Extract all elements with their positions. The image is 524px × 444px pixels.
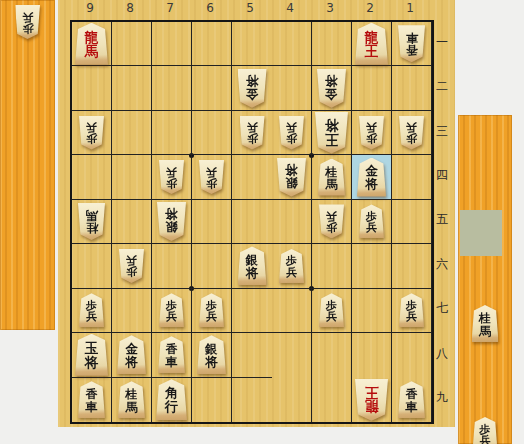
rank-label: 六 [432, 242, 452, 286]
square-4-3[interactable]: 歩兵 [272, 111, 312, 155]
square-8-5[interactable] [112, 200, 152, 244]
piece-kanji: 歩兵 [247, 121, 258, 144]
piece-pawn[interactable]: 歩兵 [279, 249, 304, 283]
square-4-4[interactable]: 銀将 [272, 155, 312, 199]
square-9-4[interactable] [72, 155, 112, 199]
file-label: 3 [310, 1, 350, 18]
piece-silver[interactable]: 銀将 [238, 246, 267, 285]
sente-hand-stand: 桂馬歩兵 [458, 115, 512, 444]
square-5-9[interactable] [232, 378, 272, 422]
piece-silver[interactable]: 銀将 [157, 202, 186, 241]
file-label: 4 [270, 1, 310, 18]
square-6-5[interactable] [192, 200, 232, 244]
piece-kanji: 歩兵 [286, 253, 297, 278]
piece-kanji: 歩兵 [406, 298, 417, 323]
piece-kanji: 歩兵 [126, 254, 137, 277]
square-3-9[interactable] [312, 378, 352, 422]
square-6-4[interactable]: 歩兵 [192, 155, 232, 199]
square-6-7[interactable]: 歩兵 [192, 289, 232, 333]
rank-label: 一 [432, 20, 452, 64]
square-4-8[interactable] [272, 333, 312, 377]
square-8-1[interactable] [112, 22, 152, 66]
square-3-8[interactable] [312, 333, 352, 377]
square-4-6[interactable]: 歩兵 [272, 244, 312, 288]
file-label: 7 [150, 1, 190, 18]
piece-kanji: 歩兵 [166, 298, 177, 323]
piece-kanji: 桂馬 [479, 310, 491, 337]
piece-bishop[interactable]: 角行 [156, 379, 187, 420]
piece-lance[interactable]: 香車 [158, 336, 185, 373]
piece-gold[interactable]: 金将 [117, 335, 146, 374]
square-8-3[interactable] [112, 111, 152, 155]
piece-kanji: 玉将 [85, 341, 99, 369]
piece-kanji: 歩兵 [86, 298, 97, 323]
hand-slot-highlight [460, 210, 502, 256]
piece-kanji: 龍王 [365, 386, 379, 414]
piece-kanji: 銀将 [205, 342, 218, 368]
file-label: 5 [230, 1, 270, 18]
piece-pawn[interactable]: 歩兵 [279, 116, 304, 150]
piece-pawn[interactable]: 歩兵 [159, 293, 184, 327]
square-7-8[interactable]: 香車 [152, 333, 192, 377]
file-label: 6 [190, 1, 230, 18]
piece-kanji: 歩兵 [406, 121, 417, 144]
square-7-6[interactable] [152, 244, 192, 288]
square-7-3[interactable] [152, 111, 192, 155]
file-label: 2 [350, 1, 390, 18]
square-3-2[interactable]: 金将 [312, 66, 352, 110]
square-2-2[interactable] [352, 66, 392, 110]
piece-kanji: 龍馬 [85, 30, 99, 58]
piece-silver[interactable]: 銀将 [277, 158, 306, 197]
piece-kanji: 金将 [125, 342, 138, 368]
piece-pawn[interactable]: 歩兵 [199, 160, 224, 194]
square-5-6[interactable]: 銀将 [232, 244, 272, 288]
square-5-3[interactable]: 歩兵 [232, 111, 272, 155]
piece-kanji: 歩兵 [326, 298, 337, 323]
shogi-board-panel: 987654321 一二三四五六七八九 龍馬龍王香車金将金将歩兵歩兵歩兵王将歩兵… [58, 0, 455, 427]
square-9-9[interactable]: 香車 [72, 378, 112, 422]
square-6-9[interactable] [192, 378, 232, 422]
square-2-9[interactable]: 龍王 [352, 378, 392, 422]
square-6-3[interactable] [192, 111, 232, 155]
square-5-5[interactable] [232, 200, 272, 244]
piece-kanji: 金将 [365, 164, 378, 190]
square-3-7[interactable]: 歩兵 [312, 289, 352, 333]
rank-label: 九 [432, 376, 452, 420]
piece-king[interactable]: 玉将 [75, 334, 108, 376]
square-7-2[interactable] [152, 66, 192, 110]
piece-kanji: 歩兵 [326, 210, 337, 233]
piece-lance[interactable]: 香車 [398, 25, 425, 62]
file-label: 1 [390, 1, 430, 18]
square-2-5[interactable]: 歩兵 [352, 200, 392, 244]
piece-kanji: 銀将 [246, 253, 259, 279]
piece-pawn[interactable]: 歩兵 [240, 116, 265, 150]
square-5-2[interactable]: 金将 [232, 66, 272, 110]
shogi-app: 歩兵 987654321 一二三四五六七八九 龍馬龍王香車金将金将歩兵歩兵歩兵王… [0, 0, 524, 444]
square-8-6[interactable]: 歩兵 [112, 244, 152, 288]
square-1-7[interactable]: 歩兵 [392, 289, 432, 333]
rank-label: 二 [432, 64, 452, 108]
square-2-3[interactable]: 歩兵 [352, 111, 392, 155]
piece-kanji: 香車 [86, 386, 98, 413]
piece-kanji: 龍王 [365, 30, 379, 58]
square-8-2[interactable] [112, 66, 152, 110]
square-8-7[interactable] [112, 289, 152, 333]
square-1-9[interactable]: 香車 [392, 378, 432, 422]
piece-knight[interactable]: 桂馬 [118, 381, 145, 418]
piece-knight[interactable]: 桂馬 [78, 203, 105, 240]
piece-kanji: 歩兵 [166, 166, 177, 189]
piece-promoted-rook[interactable]: 龍王 [355, 379, 388, 421]
square-9-2[interactable] [72, 66, 112, 110]
piece-pawn[interactable]: 歩兵 [79, 293, 104, 327]
file-labels: 987654321 [70, 1, 430, 18]
square-1-6[interactable] [392, 244, 432, 288]
piece-kanji: 角行 [165, 386, 178, 413]
square-7-5[interactable]: 銀将 [152, 200, 192, 244]
square-6-8[interactable]: 銀将 [192, 333, 232, 377]
board-grid: 龍馬龍王香車金将金将歩兵歩兵歩兵王将歩兵歩兵歩兵歩兵銀将桂馬金将桂馬銀将歩兵歩兵… [70, 20, 434, 424]
square-2-8[interactable] [352, 333, 392, 377]
square-7-1[interactable] [152, 22, 192, 66]
piece-promoted-rook[interactable]: 龍王 [355, 23, 388, 65]
piece-kanji: 歩兵 [206, 298, 217, 323]
square-1-5[interactable] [392, 200, 432, 244]
square-5-8[interactable] [232, 333, 272, 377]
square-7-7[interactable]: 歩兵 [152, 289, 192, 333]
square-9-1[interactable]: 龍馬 [72, 22, 112, 66]
gote-hand-stand: 歩兵 [0, 0, 55, 330]
piece-pawn[interactable]: 歩兵 [199, 293, 224, 327]
square-1-1[interactable]: 香車 [392, 22, 432, 66]
square-4-9[interactable] [272, 378, 312, 422]
square-4-2[interactable] [272, 66, 312, 110]
piece-pawn[interactable]: 歩兵 [79, 116, 104, 150]
square-3-1[interactable] [312, 22, 352, 66]
piece-gold[interactable]: 金将 [317, 69, 346, 108]
piece-kanji: 歩兵 [22, 11, 33, 34]
square-9-6[interactable] [72, 244, 112, 288]
square-5-1[interactable] [232, 22, 272, 66]
piece-kanji: 桂馬 [86, 209, 98, 234]
square-2-6[interactable] [352, 244, 392, 288]
piece-kanji: 歩兵 [86, 121, 97, 144]
piece-kanji: 桂馬 [126, 386, 138, 413]
piece-kanji: 香車 [166, 341, 178, 368]
piece-kanji: 桂馬 [326, 164, 338, 191]
piece-pawn[interactable]: 歩兵 [15, 5, 40, 39]
square-5-7[interactable] [232, 289, 272, 333]
square-4-1[interactable] [272, 22, 312, 66]
file-label: 9 [70, 1, 110, 18]
piece-pawn[interactable]: 歩兵 [319, 204, 344, 238]
square-2-7[interactable] [352, 289, 392, 333]
rank-label: 五 [432, 198, 452, 242]
square-3-4[interactable]: 桂馬 [312, 155, 352, 199]
square-6-2[interactable] [192, 66, 232, 110]
square-2-4[interactable]: 金将 [352, 155, 392, 199]
rank-label: 八 [432, 331, 452, 375]
square-4-7[interactable] [272, 289, 312, 333]
piece-pawn[interactable]: 歩兵 [473, 417, 498, 444]
square-6-6[interactable] [192, 244, 232, 288]
piece-pawn[interactable]: 歩兵 [119, 249, 144, 283]
square-1-2[interactable] [392, 66, 432, 110]
piece-knight[interactable]: 桂馬 [472, 305, 499, 342]
square-8-8[interactable]: 金将 [112, 333, 152, 377]
piece-kanji: 歩兵 [206, 166, 217, 189]
piece-lance[interactable]: 香車 [398, 381, 425, 418]
piece-kanji: 歩兵 [480, 422, 491, 444]
square-2-1[interactable]: 龍王 [352, 22, 392, 66]
piece-pawn[interactable]: 歩兵 [359, 204, 384, 238]
piece-kanji: 銀将 [165, 208, 178, 234]
square-7-4[interactable]: 歩兵 [152, 155, 192, 199]
piece-silver[interactable]: 銀将 [197, 335, 226, 374]
square-9-7[interactable]: 歩兵 [72, 289, 112, 333]
square-5-4[interactable] [232, 155, 272, 199]
piece-kanji: 歩兵 [286, 121, 297, 144]
rank-label: 三 [432, 109, 452, 153]
file-label: 8 [110, 1, 150, 18]
piece-king[interactable]: 王将 [315, 112, 348, 154]
rank-labels: 一二三四五六七八九 [432, 20, 452, 420]
square-6-1[interactable] [192, 22, 232, 66]
piece-kanji: 香車 [406, 386, 418, 413]
square-3-6[interactable] [312, 244, 352, 288]
square-1-3[interactable]: 歩兵 [392, 111, 432, 155]
square-7-9[interactable]: 角行 [152, 378, 192, 422]
piece-kanji: 金将 [325, 75, 338, 101]
piece-kanji: 金将 [246, 75, 259, 101]
piece-kanji: 香車 [406, 31, 418, 56]
piece-kanji: 銀将 [285, 164, 298, 190]
piece-lance[interactable]: 香車 [78, 381, 105, 418]
square-8-9[interactable]: 桂馬 [112, 378, 152, 422]
piece-pawn[interactable]: 歩兵 [359, 116, 384, 150]
square-1-8[interactable] [392, 333, 432, 377]
piece-kanji: 歩兵 [366, 121, 377, 144]
piece-promoted-bishop[interactable]: 龍馬 [75, 23, 108, 65]
piece-kanji: 王将 [325, 119, 339, 147]
piece-pawn[interactable]: 歩兵 [399, 293, 424, 327]
square-1-4[interactable] [392, 155, 432, 199]
rank-label: 四 [432, 153, 452, 197]
piece-knight[interactable]: 桂馬 [318, 159, 345, 196]
square-3-5[interactable]: 歩兵 [312, 200, 352, 244]
square-3-3[interactable]: 王将 [312, 111, 352, 155]
piece-gold[interactable]: 金将 [238, 69, 267, 108]
square-9-8[interactable]: 玉将 [72, 333, 112, 377]
square-8-4[interactable] [112, 155, 152, 199]
piece-kanji: 歩兵 [366, 209, 377, 234]
piece-gold[interactable]: 金将 [357, 158, 386, 197]
piece-pawn[interactable]: 歩兵 [159, 160, 184, 194]
piece-pawn[interactable]: 歩兵 [319, 293, 344, 327]
rank-label: 七 [432, 287, 452, 331]
square-9-3[interactable]: 歩兵 [72, 111, 112, 155]
piece-pawn[interactable]: 歩兵 [399, 116, 424, 150]
square-9-5[interactable]: 桂馬 [72, 200, 112, 244]
square-4-5[interactable] [272, 200, 312, 244]
